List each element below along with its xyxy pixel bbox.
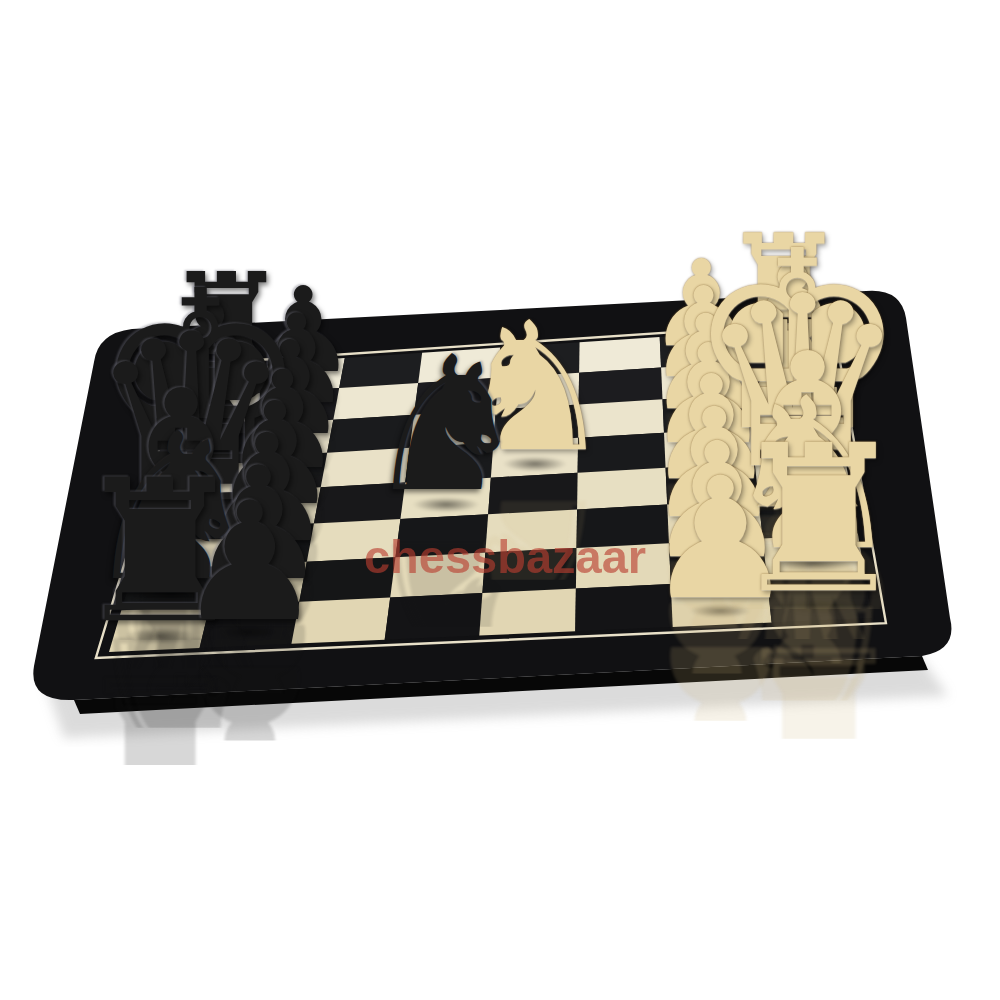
chess-set-product-photo: ♜♜♟♟♟♟♜♜♟♟♟♟♝♝♟♟♟♟♝♝♚♚♟♟♞♞♟♟♚♚♛♛♟♟♞♞♟♟♛♛…	[0, 0, 1000, 1000]
square-b5[interactable]	[390, 553, 485, 598]
black-knight-d5[interactable]: ♞	[363, 332, 530, 518]
square-a4[interactable]	[479, 589, 576, 636]
square-a5[interactable]	[385, 593, 483, 640]
white-rook-a1[interactable]: ♜	[728, 418, 910, 621]
square-b4[interactable]	[482, 548, 576, 593]
black-pawn-a7[interactable]: ♟	[176, 481, 323, 645]
